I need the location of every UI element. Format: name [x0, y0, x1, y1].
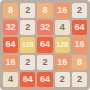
tile-2: 2 — [20, 3, 35, 18]
tile-32: 32 — [37, 20, 52, 35]
tile-16: 16 — [72, 37, 87, 52]
tile-64: 64 — [37, 72, 52, 87]
tile-16: 16 — [3, 55, 18, 70]
tile-128: 128 — [55, 37, 70, 52]
tile-8: 8 — [37, 3, 52, 18]
tile-4: 4 — [3, 72, 18, 87]
tile-4: 4 — [55, 20, 70, 35]
tile-2: 2 — [20, 20, 35, 35]
tile-2: 2 — [55, 72, 70, 87]
tile-32: 32 — [3, 20, 18, 35]
tile-16: 16 — [55, 3, 70, 18]
tile-128: 128 — [20, 37, 35, 52]
tile-64: 64 — [37, 37, 52, 52]
2048-board[interactable]: 8281623223246464128641281616221684646422 — [0, 0, 90, 90]
tile-2: 2 — [37, 55, 52, 70]
tile-16: 16 — [55, 55, 70, 70]
tile-64: 64 — [3, 37, 18, 52]
tile-2: 2 — [72, 72, 87, 87]
tile-2: 2 — [72, 3, 87, 18]
tile-64: 64 — [20, 72, 35, 87]
tile-2: 2 — [20, 55, 35, 70]
tile-64: 64 — [72, 20, 87, 35]
tile-8: 8 — [3, 3, 18, 18]
tile-8: 8 — [72, 55, 87, 70]
